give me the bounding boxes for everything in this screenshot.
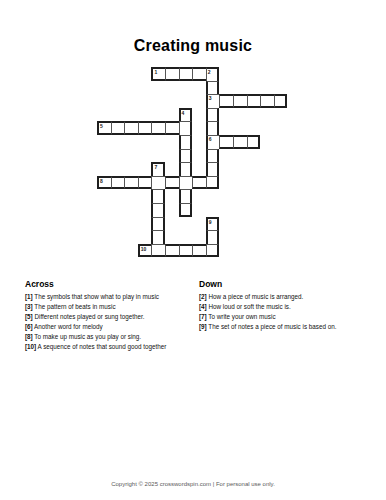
grid-cell[interactable] (138, 176, 152, 190)
clue-number: [10] (25, 343, 36, 350)
grid-void (247, 176, 261, 190)
grid-cell[interactable]: 7 (151, 162, 165, 176)
grid-void (97, 108, 111, 122)
grid-void (111, 67, 125, 81)
grid-void (111, 230, 125, 244)
grid-void (192, 162, 206, 176)
grid-void (97, 217, 111, 231)
across-header: Across (25, 279, 197, 289)
grid-void (97, 189, 111, 203)
grid-cell[interactable] (233, 94, 247, 108)
clue-number: [1] (25, 293, 33, 300)
grid-void (124, 135, 138, 149)
grid-void (111, 81, 125, 95)
grid-void (247, 217, 261, 231)
clue-number: [6] (25, 323, 33, 330)
clue-number: [8] (25, 333, 33, 340)
grid-void (260, 67, 274, 81)
grid-void (233, 121, 247, 135)
clue-text: The pattern of beats in music (33, 303, 116, 310)
grid-void (233, 67, 247, 81)
grid-void (247, 121, 261, 135)
grid-void (260, 217, 274, 231)
clue-item: [10] A sequence of notes that sound good… (25, 342, 197, 352)
grid-void (138, 94, 152, 108)
cell-number: 7 (154, 164, 157, 170)
grid-cell[interactable] (111, 176, 125, 190)
grid-void (138, 135, 152, 149)
down-clue-list: [2] How a piece of music is arranged.[4]… (199, 292, 371, 332)
grid-cell[interactable] (179, 203, 193, 217)
grid-cell[interactable] (111, 121, 125, 135)
grid-void (192, 135, 206, 149)
grid-void (260, 203, 274, 217)
clue-item: [7] To write your own music (199, 312, 371, 322)
clue-text: How loud or soft the music is. (207, 303, 291, 310)
grid-void (274, 230, 288, 244)
grid-void (111, 203, 125, 217)
grid-void (233, 217, 247, 231)
grid-void (179, 217, 193, 231)
clue-number: [9] (199, 323, 207, 330)
cell-number: 3 (209, 95, 212, 101)
clue-text: The symbols that show what to play in mu… (33, 293, 159, 300)
grid-cell[interactable] (179, 244, 193, 258)
clue-item: [5] Different notes played or sung toget… (25, 312, 197, 322)
grid-void (233, 203, 247, 217)
grid-void (165, 94, 179, 108)
grid-cell[interactable] (165, 121, 179, 135)
clue-text: How a piece of music is arranged. (207, 293, 304, 300)
grid-void (165, 217, 179, 231)
grid-void (179, 94, 193, 108)
grid-void (124, 67, 138, 81)
grid-cell[interactable] (151, 217, 165, 231)
grid-void (97, 162, 111, 176)
clue-item: [8] To make up music as you play or sing… (25, 332, 197, 342)
grid-void (260, 244, 274, 258)
grid-cell[interactable] (179, 135, 193, 149)
clue-text: A sequence of notes that sound good toge… (36, 343, 166, 350)
grid-void (165, 189, 179, 203)
grid-cell[interactable] (219, 135, 233, 149)
grid-cell[interactable]: 3 (206, 94, 220, 108)
grid-void (138, 203, 152, 217)
grid-void (192, 94, 206, 108)
grid-void (165, 135, 179, 149)
grid-void (192, 203, 206, 217)
grid-void (274, 108, 288, 122)
grid-void (138, 108, 152, 122)
grid-void (233, 149, 247, 163)
down-header: Down (199, 279, 371, 289)
clue-text: Another word for melody (33, 323, 103, 330)
grid-void (247, 230, 261, 244)
grid-void (274, 176, 288, 190)
grid-cell[interactable] (260, 94, 274, 108)
clue-text: The set of notes a piece of music is bas… (207, 323, 337, 330)
grid-void (192, 121, 206, 135)
grid-void (138, 81, 152, 95)
grid-cell[interactable]: 2 (206, 67, 220, 81)
grid-void (138, 67, 152, 81)
grid-cell[interactable] (206, 230, 220, 244)
grid-void (260, 81, 274, 95)
grid-void (124, 108, 138, 122)
grid-cell[interactable]: 10 (138, 244, 152, 258)
grid-void (260, 230, 274, 244)
grid-void (151, 135, 165, 149)
cell-number: 6 (209, 136, 212, 142)
clue-item: [3] The pattern of beats in music (25, 302, 197, 312)
cell-number: 9 (209, 219, 212, 225)
cell-number: 4 (182, 110, 185, 116)
grid-void (179, 81, 193, 95)
grid-void (274, 81, 288, 95)
grid-cell[interactable] (206, 176, 220, 190)
grid-void (233, 244, 247, 258)
grid-void (97, 203, 111, 217)
grid-cell[interactable]: 5 (97, 121, 111, 135)
grid-void (192, 81, 206, 95)
grid-cell[interactable] (192, 244, 206, 258)
grid-void (97, 135, 111, 149)
grid-cell[interactable] (179, 176, 193, 190)
grid-cell[interactable] (206, 121, 220, 135)
cell-number: 8 (100, 178, 103, 184)
grid-void (219, 149, 233, 163)
grid-void (111, 94, 125, 108)
grid-void (247, 67, 261, 81)
grid-cell[interactable] (165, 176, 179, 190)
clue-number: [4] (199, 303, 207, 310)
grid-void (260, 108, 274, 122)
grid-void (111, 162, 125, 176)
grid-cell[interactable] (247, 135, 261, 149)
grid-cell[interactable] (233, 135, 247, 149)
grid-void (274, 67, 288, 81)
grid-cell[interactable]: 1 (151, 67, 165, 81)
cell-number: 1 (154, 69, 157, 75)
cell-number: 5 (100, 123, 103, 129)
grid-void (260, 149, 274, 163)
grid-void (206, 203, 220, 217)
grid-cell[interactable] (192, 176, 206, 190)
grid-void (219, 203, 233, 217)
grid-void (179, 230, 193, 244)
grid-void (219, 176, 233, 190)
grid-void (165, 230, 179, 244)
across-clue-list: [1] The symbols that show what to play i… (25, 292, 197, 352)
across-clues-section: Across [1] The symbols that show what to… (25, 279, 197, 352)
grid-void (274, 149, 288, 163)
grid-void (274, 121, 288, 135)
grid-void (260, 121, 274, 135)
grid-cell[interactable] (274, 94, 288, 108)
grid-cell[interactable]: 4 (179, 108, 193, 122)
grid-cell[interactable] (247, 94, 261, 108)
grid-void (247, 203, 261, 217)
grid-void (192, 108, 206, 122)
grid-void (138, 149, 152, 163)
grid-void (192, 189, 206, 203)
grid-void (165, 162, 179, 176)
grid-void (124, 203, 138, 217)
grid-void (233, 81, 247, 95)
grid-void (192, 217, 206, 231)
grid-cell[interactable]: 8 (97, 176, 111, 190)
clue-item: [9] The set of notes a piece of music is… (199, 322, 371, 332)
grid-void (124, 244, 138, 258)
grid-void (151, 108, 165, 122)
grid-void (219, 230, 233, 244)
clue-item: [4] How loud or soft the music is. (199, 302, 371, 312)
grid-void (233, 189, 247, 203)
grid-void (274, 189, 288, 203)
grid-void (124, 189, 138, 203)
grid-cell[interactable] (206, 244, 220, 258)
grid-void (97, 244, 111, 258)
grid-cell[interactable] (138, 121, 152, 135)
grid-cell[interactable] (206, 81, 220, 95)
grid-cell[interactable]: 6 (206, 135, 220, 149)
grid-void (247, 244, 261, 258)
cell-number: 10 (141, 246, 147, 252)
grid-void (124, 81, 138, 95)
clue-text: To make up music as you play or sing. (33, 333, 141, 340)
grid-void (151, 94, 165, 108)
grid-void (124, 162, 138, 176)
grid-void (219, 81, 233, 95)
grid-void (151, 149, 165, 163)
clue-text: To write your own music (207, 313, 276, 320)
grid-void (219, 189, 233, 203)
grid-void (124, 94, 138, 108)
grid-void (274, 203, 288, 217)
grid-cell[interactable] (151, 230, 165, 244)
grid-void (274, 244, 288, 258)
grid-void (219, 162, 233, 176)
grid-cell[interactable] (179, 162, 193, 176)
clue-item: [6] Another word for melody (25, 322, 197, 332)
grid-void (124, 149, 138, 163)
down-clues-section: Down [2] How a piece of music is arrange… (199, 279, 371, 332)
grid-void (165, 203, 179, 217)
grid-void (219, 217, 233, 231)
grid-void (247, 81, 261, 95)
grid-void (233, 176, 247, 190)
grid-void (206, 189, 220, 203)
grid-void (247, 189, 261, 203)
grid-cell[interactable] (219, 94, 233, 108)
grid-void (111, 189, 125, 203)
grid-cell[interactable] (151, 203, 165, 217)
grid-cell[interactable] (124, 176, 138, 190)
grid-void (192, 149, 206, 163)
grid-cell[interactable] (165, 244, 179, 258)
grid-cell[interactable] (179, 67, 193, 81)
grid-void (219, 121, 233, 135)
footer-copyright: Copyright © 2025 crosswordspin.com | For… (0, 481, 386, 487)
clue-item: [2] How a piece of music is arranged. (199, 292, 371, 302)
grid-void (111, 108, 125, 122)
grid-void (138, 189, 152, 203)
puzzle-title: Creating music (0, 37, 386, 55)
grid-cell[interactable] (124, 121, 138, 135)
grid-cell[interactable] (206, 108, 220, 122)
grid-void (165, 108, 179, 122)
grid-void (274, 135, 288, 149)
grid-cell[interactable]: 9 (206, 217, 220, 231)
grid-void (274, 162, 288, 176)
grid-void (111, 244, 125, 258)
grid-cell[interactable] (151, 244, 165, 258)
grid-cell[interactable] (179, 121, 193, 135)
grid-void (192, 230, 206, 244)
grid-cell[interactable] (192, 67, 206, 81)
clue-number: [7] (199, 313, 207, 320)
grid-void (247, 108, 261, 122)
grid-void (260, 176, 274, 190)
grid-void (233, 108, 247, 122)
grid-void (260, 189, 274, 203)
grid-void (219, 67, 233, 81)
grid-void (260, 135, 274, 149)
cell-number: 2 (208, 69, 211, 75)
grid-void (97, 149, 111, 163)
grid-void (151, 81, 165, 95)
grid-void (124, 230, 138, 244)
grid-void (111, 135, 125, 149)
grid-void (97, 94, 111, 108)
grid-void (124, 217, 138, 231)
clue-item: [1] The symbols that show what to play i… (25, 292, 197, 302)
grid-void (247, 162, 261, 176)
clue-text: Different notes played or sung together. (33, 313, 145, 320)
clue-number: [2] (199, 293, 207, 300)
grid-void (165, 81, 179, 95)
grid-void (274, 217, 288, 231)
grid-cell[interactable] (151, 176, 165, 190)
grid-cell[interactable] (151, 121, 165, 135)
grid-void (97, 67, 111, 81)
grid-cell[interactable] (165, 67, 179, 81)
grid-void (97, 81, 111, 95)
grid-void (260, 162, 274, 176)
clue-number: [3] (25, 303, 33, 310)
grid-void (233, 162, 247, 176)
grid-cell[interactable] (206, 149, 220, 163)
grid-cell[interactable] (179, 189, 193, 203)
grid-cell[interactable] (206, 162, 220, 176)
grid-void (233, 230, 247, 244)
grid-void (97, 230, 111, 244)
grid-void (219, 244, 233, 258)
grid-void (111, 149, 125, 163)
grid-void (165, 149, 179, 163)
crossword-grid: 12345678910 (97, 67, 287, 257)
grid-void (138, 230, 152, 244)
grid-cell[interactable] (179, 149, 193, 163)
grid-void (111, 217, 125, 231)
grid-void (138, 162, 152, 176)
grid-void (138, 217, 152, 231)
grid-cell[interactable] (151, 189, 165, 203)
grid-void (247, 149, 261, 163)
clue-number: [5] (25, 313, 33, 320)
grid-void (219, 108, 233, 122)
